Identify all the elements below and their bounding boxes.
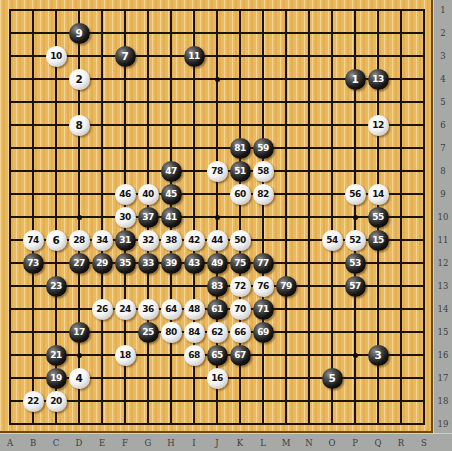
stone-26[interactable]: 26 [92,299,113,320]
stone-5[interactable]: 5 [322,368,343,389]
row-label: 2 [434,28,452,38]
star-point [215,77,220,82]
row-label: 14 [434,304,452,314]
stone-10[interactable]: 10 [46,46,67,67]
row-label: 10 [434,212,452,222]
column-label: I [187,438,201,448]
row-label: 6 [434,120,452,130]
grid-line [423,9,425,425]
stone-75[interactable]: 75 [230,253,251,274]
row-labels-strip: 12345678910111213141516171819 [433,0,452,433]
row-label: 9 [434,189,452,199]
star-point [77,215,82,220]
grid-line [285,9,287,425]
stone-66[interactable]: 66 [230,322,251,343]
stone-4[interactable]: 4 [69,368,90,389]
stone-2[interactable]: 2 [69,69,90,90]
column-label: R [394,438,408,448]
stone-55[interactable]: 55 [368,207,389,228]
stone-34[interactable]: 34 [92,230,113,251]
stone-69[interactable]: 69 [253,322,274,343]
stone-31[interactable]: 31 [115,230,136,251]
stone-64[interactable]: 64 [161,299,182,320]
column-label: M [279,438,293,448]
stone-52[interactable]: 52 [345,230,366,251]
stone-67[interactable]: 67 [230,345,251,366]
stone-28[interactable]: 28 [69,230,90,251]
row-label: 19 [434,419,452,429]
stone-29[interactable]: 29 [92,253,113,274]
row-label: 3 [434,51,452,61]
column-label: E [95,438,109,448]
stone-62[interactable]: 62 [207,322,228,343]
stone-73[interactable]: 73 [23,253,44,274]
stone-20[interactable]: 20 [46,391,67,412]
stone-50[interactable]: 50 [230,230,251,251]
row-label: 4 [434,74,452,84]
column-label: L [256,438,270,448]
stone-36[interactable]: 36 [138,299,159,320]
stone-24[interactable]: 24 [115,299,136,320]
stone-37[interactable]: 37 [138,207,159,228]
column-label: A [3,438,17,448]
stone-48[interactable]: 48 [184,299,205,320]
row-label: 11 [434,235,452,245]
stone-65[interactable]: 65 [207,345,228,366]
stone-27[interactable]: 27 [69,253,90,274]
stone-38[interactable]: 38 [161,230,182,251]
column-label: C [49,438,63,448]
row-label: 1 [434,5,452,15]
row-label: 8 [434,166,452,176]
grid-line [400,9,402,425]
grid-line [308,9,310,425]
stone-70[interactable]: 70 [230,299,251,320]
row-label: 16 [434,350,452,360]
stone-83[interactable]: 83 [207,276,228,297]
column-labels-strip: ABCDEFGHIJKLMNOPQRS [0,433,452,451]
stone-45[interactable]: 45 [161,184,182,205]
column-label: P [348,438,362,448]
stone-46[interactable]: 46 [115,184,136,205]
row-label: 13 [434,281,452,291]
column-label: Q [371,438,385,448]
stone-18[interactable]: 18 [115,345,136,366]
stone-49[interactable]: 49 [207,253,228,274]
row-label: 12 [434,258,452,268]
star-point [353,215,358,220]
stone-56[interactable]: 56 [345,184,366,205]
stone-53[interactable]: 53 [345,253,366,274]
stone-79[interactable]: 79 [276,276,297,297]
stone-22[interactable]: 22 [23,391,44,412]
grid-line [262,9,264,425]
star-point [77,353,82,358]
stone-25[interactable]: 25 [138,322,159,343]
stone-9[interactable]: 9 [69,23,90,44]
stone-11[interactable]: 11 [184,46,205,67]
stone-41[interactable]: 41 [161,207,182,228]
stone-59[interactable]: 59 [253,138,274,159]
stone-3[interactable]: 3 [368,345,389,366]
grid-line [9,423,425,425]
stone-82[interactable]: 82 [253,184,274,205]
stone-8[interactable]: 8 [69,115,90,136]
stone-44[interactable]: 44 [207,230,228,251]
stone-77[interactable]: 77 [253,253,274,274]
column-label: S [417,438,431,448]
column-label: D [72,438,86,448]
stone-61[interactable]: 61 [207,299,228,320]
stone-23[interactable]: 23 [46,276,67,297]
stone-39[interactable]: 39 [161,253,182,274]
stone-42[interactable]: 42 [184,230,205,251]
stone-33[interactable]: 33 [138,253,159,274]
stone-17[interactable]: 17 [69,322,90,343]
stone-7[interactable]: 7 [115,46,136,67]
row-label: 15 [434,327,452,337]
grid-line [9,400,425,402]
stone-74[interactable]: 74 [23,230,44,251]
stone-51[interactable]: 51 [230,161,251,182]
column-label: H [164,438,178,448]
row-label: 7 [434,143,452,153]
column-label: J [210,438,224,448]
stone-58[interactable]: 58 [253,161,274,182]
grid-line [331,9,333,425]
stone-68[interactable]: 68 [184,345,205,366]
stone-13[interactable]: 13 [368,69,389,90]
stone-54[interactable]: 54 [322,230,343,251]
row-label: 17 [434,373,452,383]
stone-80[interactable]: 80 [161,322,182,343]
stone-47[interactable]: 47 [161,161,182,182]
stone-6[interactable]: 6 [46,230,67,251]
column-label: F [118,438,132,448]
stone-40[interactable]: 40 [138,184,159,205]
column-label: B [26,438,40,448]
column-label: O [325,438,339,448]
stone-32[interactable]: 32 [138,230,159,251]
stone-71[interactable]: 71 [253,299,274,320]
row-label: 18 [434,396,452,406]
stone-21[interactable]: 21 [46,345,67,366]
star-point [215,215,220,220]
row-label: 5 [434,97,452,107]
stone-12[interactable]: 12 [368,115,389,136]
stone-19[interactable]: 19 [46,368,67,389]
stone-1[interactable]: 1 [345,69,366,90]
stone-43[interactable]: 43 [184,253,205,274]
stone-78[interactable]: 78 [207,161,228,182]
star-point [353,353,358,358]
stone-30[interactable]: 30 [115,207,136,228]
stone-15[interactable]: 15 [368,230,389,251]
stone-57[interactable]: 57 [345,276,366,297]
column-label: G [141,438,155,448]
stone-76[interactable]: 76 [253,276,274,297]
go-diagram-screen: 1234567891011121314151617181920212223242… [0,0,452,451]
stone-14[interactable]: 14 [368,184,389,205]
stone-35[interactable]: 35 [115,253,136,274]
stone-84[interactable]: 84 [184,322,205,343]
goban[interactable]: 1234567891011121314151617181920212223242… [0,0,433,433]
column-label: K [233,438,247,448]
stone-60[interactable]: 60 [230,184,251,205]
stone-16[interactable]: 16 [207,368,228,389]
stone-72[interactable]: 72 [230,276,251,297]
column-label: N [302,438,316,448]
stone-81[interactable]: 81 [230,138,251,159]
